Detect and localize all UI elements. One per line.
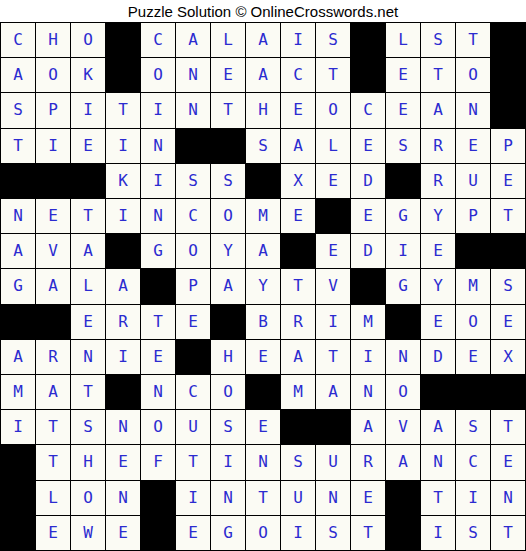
black-cell [106, 375, 140, 409]
letter-cell[interactable]: E [491, 305, 525, 339]
letter-cell[interactable]: I [106, 129, 140, 163]
black-cell [421, 375, 455, 409]
letter-cell[interactable]: G [1, 269, 35, 303]
letter-cell[interactable]: E [491, 445, 525, 479]
letter-cell[interactable]: I [386, 234, 420, 268]
letter-cell[interactable]: T [211, 93, 245, 127]
letter-cell[interactable]: Y [246, 269, 280, 303]
black-cell [316, 410, 350, 444]
letter-cell[interactable]: I [211, 445, 245, 479]
black-cell [1, 481, 35, 515]
letter-cell[interactable]: Y [421, 199, 455, 233]
letter-cell[interactable]: G [141, 234, 175, 268]
black-cell [141, 481, 175, 515]
letter-cell[interactable]: E [386, 58, 420, 92]
black-cell [36, 164, 70, 198]
letter-cell[interactable]: X [281, 164, 315, 198]
letter-cell[interactable]: E [421, 234, 455, 268]
letter-cell[interactable]: O [456, 305, 490, 339]
letter-cell[interactable]: Y [421, 269, 455, 303]
letter-cell[interactable]: D [421, 340, 455, 374]
letter-cell[interactable]: A [1, 340, 35, 374]
letter-cell[interactable]: E [281, 199, 315, 233]
letter-cell[interactable]: S [386, 129, 420, 163]
letter-cell[interactable]: E [71, 129, 105, 163]
letter-cell[interactable]: K [106, 164, 140, 198]
letter-cell[interactable]: N [386, 340, 420, 374]
letter-cell[interactable]: A [281, 129, 315, 163]
black-cell [211, 129, 245, 163]
letter-cell[interactable]: M [1, 375, 35, 409]
letter-cell[interactable]: G [386, 199, 420, 233]
black-cell [176, 340, 210, 374]
letter-cell[interactable]: X [491, 340, 525, 374]
letter-cell[interactable]: T [491, 199, 525, 233]
letter-cell[interactable]: C [351, 93, 385, 127]
letter-cell[interactable]: E [36, 516, 70, 550]
black-cell [1, 305, 35, 339]
letter-cell[interactable]: A [71, 234, 105, 268]
black-cell [316, 199, 350, 233]
letter-cell[interactable]: E [176, 305, 210, 339]
letter-cell[interactable]: H [246, 93, 280, 127]
letter-cell[interactable]: E [246, 410, 280, 444]
letter-cell[interactable]: S [491, 269, 525, 303]
letter-cell[interactable]: T [421, 481, 455, 515]
letter-cell[interactable]: N [141, 375, 175, 409]
letter-cell[interactable]: T [316, 340, 350, 374]
letter-cell[interactable]: L [386, 23, 420, 57]
black-cell [351, 23, 385, 57]
letter-cell[interactable]: F [141, 445, 175, 479]
letter-cell[interactable]: V [36, 234, 70, 268]
letter-cell[interactable]: H [211, 340, 245, 374]
letter-cell[interactable]: E [386, 93, 420, 127]
black-cell [141, 516, 175, 550]
letter-cell[interactable]: K [71, 58, 105, 92]
letter-cell[interactable]: T [491, 516, 525, 550]
letter-cell[interactable]: M [281, 375, 315, 409]
letter-cell[interactable]: D [351, 164, 385, 198]
letter-cell[interactable]: E [106, 445, 140, 479]
letter-cell[interactable]: L [316, 129, 350, 163]
letter-cell[interactable]: E [456, 340, 490, 374]
black-cell [491, 234, 525, 268]
letter-cell[interactable]: W [71, 516, 105, 550]
letter-cell[interactable]: A [316, 375, 350, 409]
letter-cell[interactable]: O [386, 375, 420, 409]
letter-cell[interactable]: A [246, 234, 280, 268]
letter-cell[interactable]: T [456, 23, 490, 57]
letter-cell[interactable]: I [106, 199, 140, 233]
black-cell [491, 93, 525, 127]
letter-cell[interactable]: O [36, 58, 70, 92]
black-cell [1, 445, 35, 479]
black-cell [456, 375, 490, 409]
letter-cell[interactable]: A [1, 58, 35, 92]
letter-cell[interactable]: V [316, 269, 350, 303]
letter-cell[interactable]: Y [211, 234, 245, 268]
letter-cell[interactable]: A [246, 58, 280, 92]
letter-cell[interactable]: A [36, 375, 70, 409]
letter-cell[interactable]: E [106, 516, 140, 550]
letter-cell[interactable]: N [316, 481, 350, 515]
letter-cell[interactable]: N [421, 445, 455, 479]
letter-cell[interactable]: E [316, 234, 350, 268]
letter-cell[interactable]: T [141, 305, 175, 339]
letter-cell[interactable]: S [176, 164, 210, 198]
letter-cell[interactable]: C [456, 445, 490, 479]
letter-cell[interactable]: R [421, 129, 455, 163]
letter-cell[interactable]: I [281, 23, 315, 57]
letter-cell[interactable]: C [176, 199, 210, 233]
letter-cell[interactable]: T [106, 93, 140, 127]
letter-cell[interactable]: N [141, 199, 175, 233]
letter-cell[interactable]: T [281, 269, 315, 303]
letter-cell[interactable]: O [246, 516, 280, 550]
letter-cell[interactable]: E [351, 129, 385, 163]
letter-cell[interactable]: P [176, 269, 210, 303]
black-cell [246, 375, 280, 409]
letter-cell[interactable]: U [281, 481, 315, 515]
black-cell [106, 23, 140, 57]
letter-cell[interactable]: N [106, 410, 140, 444]
letter-cell[interactable]: A [281, 340, 315, 374]
letter-cell[interactable]: R [351, 445, 385, 479]
letter-cell[interactable]: N [71, 340, 105, 374]
black-cell [351, 269, 385, 303]
letter-cell[interactable]: E [316, 164, 350, 198]
letter-cell[interactable]: L [36, 481, 70, 515]
black-cell [211, 305, 245, 339]
letter-cell[interactable]: O [71, 23, 105, 57]
black-cell [351, 58, 385, 92]
letter-cell[interactable]: A [1, 234, 35, 268]
letter-cell[interactable]: R [106, 305, 140, 339]
letter-cell[interactable]: A [36, 269, 70, 303]
page-title: Puzzle Solution © OnlineCrosswords.net [0, 0, 526, 22]
letter-cell[interactable]: P [36, 93, 70, 127]
letter-cell[interactable]: S [316, 516, 350, 550]
letter-cell[interactable]: M [351, 305, 385, 339]
letter-cell[interactable]: I [141, 164, 175, 198]
letter-cell[interactable]: U [176, 410, 210, 444]
letter-cell[interactable]: E [36, 199, 70, 233]
black-cell [491, 375, 525, 409]
letter-cell[interactable]: C [176, 375, 210, 409]
letter-cell[interactable]: A [211, 269, 245, 303]
black-cell [491, 58, 525, 92]
letter-cell[interactable]: T [71, 375, 105, 409]
black-cell [386, 305, 420, 339]
letter-cell[interactable]: H [71, 445, 105, 479]
letter-cell[interactable]: T [36, 445, 70, 479]
letter-cell[interactable]: T [176, 445, 210, 479]
letter-cell[interactable]: P [491, 129, 525, 163]
black-cell [106, 234, 140, 268]
black-cell [176, 129, 210, 163]
letter-cell[interactable]: O [211, 375, 245, 409]
black-cell [1, 164, 35, 198]
letter-cell[interactable]: I [421, 516, 455, 550]
letter-cell[interactable]: D [351, 234, 385, 268]
letter-cell[interactable]: S [316, 23, 350, 57]
letter-cell[interactable]: T [1, 129, 35, 163]
letter-cell[interactable]: S [456, 410, 490, 444]
letter-cell[interactable]: S [211, 164, 245, 198]
letter-cell[interactable]: T [36, 410, 70, 444]
letter-cell[interactable]: E [246, 340, 280, 374]
letter-cell[interactable]: E [71, 305, 105, 339]
black-cell [141, 269, 175, 303]
letter-cell[interactable]: T [71, 199, 105, 233]
letter-cell[interactable]: I [176, 481, 210, 515]
letter-cell[interactable]: A [176, 23, 210, 57]
letter-cell[interactable]: N [351, 375, 385, 409]
letter-cell[interactable]: E [211, 58, 245, 92]
black-cell [456, 234, 490, 268]
letter-cell[interactable]: O [211, 199, 245, 233]
letter-cell[interactable]: A [106, 269, 140, 303]
letter-cell[interactable]: I [71, 93, 105, 127]
letter-cell[interactable]: S [246, 129, 280, 163]
letter-cell[interactable]: A [246, 23, 280, 57]
letter-cell[interactable]: N [176, 93, 210, 127]
letter-cell[interactable]: S [281, 445, 315, 479]
letter-cell[interactable]: A [386, 445, 420, 479]
letter-cell[interactable]: I [351, 340, 385, 374]
letter-cell[interactable]: N [246, 445, 280, 479]
black-cell [281, 234, 315, 268]
black-cell [106, 58, 140, 92]
letter-cell[interactable]: O [141, 410, 175, 444]
letter-cell[interactable]: L [71, 269, 105, 303]
letter-cell[interactable]: A [421, 410, 455, 444]
letter-cell[interactable]: A [421, 93, 455, 127]
letter-cell[interactable]: N [141, 129, 175, 163]
letter-cell[interactable]: S [211, 410, 245, 444]
letter-cell[interactable]: N [1, 199, 35, 233]
letter-cell[interactable]: N [176, 58, 210, 92]
black-cell [281, 410, 315, 444]
letter-cell[interactable]: L [211, 23, 245, 57]
letter-cell[interactable]: V [386, 410, 420, 444]
letter-cell[interactable]: T [421, 58, 455, 92]
black-cell [386, 164, 420, 198]
letter-cell[interactable]: G [211, 516, 245, 550]
black-cell [386, 516, 420, 550]
letter-cell[interactable]: U [456, 164, 490, 198]
letter-cell[interactable]: N [456, 93, 490, 127]
letter-cell[interactable]: S [71, 410, 105, 444]
letter-cell[interactable]: E [421, 305, 455, 339]
letter-cell[interactable]: I [141, 93, 175, 127]
black-cell [386, 481, 420, 515]
letter-cell[interactable]: O [456, 58, 490, 92]
letter-cell[interactable]: M [456, 269, 490, 303]
black-cell [71, 164, 105, 198]
letter-cell[interactable]: N [491, 481, 525, 515]
letter-cell[interactable]: N [106, 481, 140, 515]
letter-cell[interactable]: E [456, 129, 490, 163]
letter-cell[interactable]: H [36, 23, 70, 57]
letter-cell[interactable]: E [141, 340, 175, 374]
letter-cell[interactable]: S [1, 93, 35, 127]
letter-cell[interactable]: E [176, 516, 210, 550]
letter-cell[interactable]: C [1, 23, 35, 57]
black-cell [246, 164, 280, 198]
letter-cell[interactable]: G [386, 269, 420, 303]
black-cell [36, 305, 70, 339]
black-cell [1, 516, 35, 550]
letter-cell[interactable]: P [456, 199, 490, 233]
letter-cell[interactable]: N [211, 481, 245, 515]
letter-cell[interactable]: E [351, 199, 385, 233]
letter-cell[interactable]: C [281, 58, 315, 92]
letter-cell[interactable]: I [456, 481, 490, 515]
letter-cell[interactable]: T [351, 516, 385, 550]
letter-cell[interactable]: R [421, 164, 455, 198]
letter-cell[interactable]: S [456, 516, 490, 550]
letter-cell[interactable]: T [246, 481, 280, 515]
letter-cell[interactable]: O [141, 58, 175, 92]
letter-cell[interactable]: O [176, 234, 210, 268]
letter-cell[interactable]: E [281, 93, 315, 127]
letter-cell[interactable]: O [71, 481, 105, 515]
letter-cell[interactable]: E [491, 164, 525, 198]
letter-cell[interactable]: I [106, 340, 140, 374]
letter-cell[interactable]: I [1, 410, 35, 444]
letter-cell[interactable]: T [491, 410, 525, 444]
letter-cell[interactable]: O [316, 93, 350, 127]
letter-cell[interactable]: R [36, 340, 70, 374]
crossword-grid: CHOCALAISLSTAOKONEACTETOSPITINTHEOCEANTI… [0, 22, 526, 551]
letter-cell[interactable]: S [421, 23, 455, 57]
letter-cell[interactable]: I [281, 516, 315, 550]
letter-cell[interactable]: T [316, 58, 350, 92]
letter-cell[interactable]: I [36, 129, 70, 163]
letter-cell[interactable]: R [281, 305, 315, 339]
letter-cell[interactable]: E [351, 481, 385, 515]
letter-cell[interactable]: M [246, 199, 280, 233]
letter-cell[interactable]: A [351, 410, 385, 444]
black-cell [491, 23, 525, 57]
crossword-solution-page: Puzzle Solution © OnlineCrosswords.net C… [0, 0, 526, 551]
letter-cell[interactable]: U [316, 445, 350, 479]
letter-cell[interactable]: C [141, 23, 175, 57]
letter-cell[interactable]: I [316, 305, 350, 339]
letter-cell[interactable]: B [246, 305, 280, 339]
